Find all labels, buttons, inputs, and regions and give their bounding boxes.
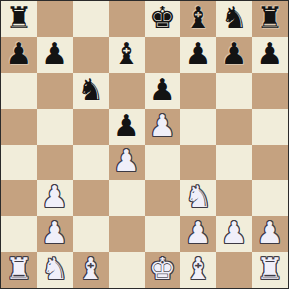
- square-b3[interactable]: ♟: [37, 180, 73, 216]
- square-a8[interactable]: ♜: [1, 1, 37, 37]
- piece-black-knight: ♞: [77, 75, 104, 105]
- square-b1[interactable]: ♞: [37, 252, 73, 288]
- square-g4[interactable]: [216, 145, 252, 181]
- square-e2[interactable]: [145, 216, 181, 252]
- piece-black-rook: ♜: [5, 3, 32, 33]
- square-g7[interactable]: ♟: [216, 37, 252, 73]
- square-c7[interactable]: [73, 37, 109, 73]
- piece-black-pawn: ♟: [149, 75, 176, 105]
- square-c1[interactable]: ♝: [73, 252, 109, 288]
- piece-black-pawn: ♟: [221, 39, 248, 69]
- square-e7[interactable]: [145, 37, 181, 73]
- square-d4[interactable]: ♟: [109, 145, 145, 181]
- square-a7[interactable]: ♟: [1, 37, 37, 73]
- square-d5[interactable]: ♟: [109, 109, 145, 145]
- square-g3[interactable]: [216, 180, 252, 216]
- square-f4[interactable]: [180, 145, 216, 181]
- square-e5[interactable]: ♟: [145, 109, 181, 145]
- piece-white-pawn: ♟: [41, 218, 68, 248]
- piece-black-king: ♚: [149, 3, 176, 33]
- square-g2[interactable]: ♟: [216, 216, 252, 252]
- square-h1[interactable]: ♜: [252, 252, 288, 288]
- square-d3[interactable]: [109, 180, 145, 216]
- square-c8[interactable]: [73, 1, 109, 37]
- square-e4[interactable]: [145, 145, 181, 181]
- square-h4[interactable]: [252, 145, 288, 181]
- square-h8[interactable]: ♜: [252, 1, 288, 37]
- square-e1[interactable]: ♚: [145, 252, 181, 288]
- square-h7[interactable]: ♟: [252, 37, 288, 73]
- piece-white-rook: ♜: [5, 254, 32, 284]
- piece-white-bishop: ♝: [77, 254, 104, 284]
- square-d8[interactable]: [109, 1, 145, 37]
- square-a1[interactable]: ♜: [1, 252, 37, 288]
- piece-white-knight: ♞: [41, 254, 68, 284]
- square-c3[interactable]: [73, 180, 109, 216]
- square-c2[interactable]: [73, 216, 109, 252]
- piece-white-king: ♚: [149, 254, 176, 284]
- piece-white-pawn: ♟: [41, 182, 68, 212]
- piece-white-pawn: ♟: [221, 218, 248, 248]
- square-g8[interactable]: ♞: [216, 1, 252, 37]
- square-f8[interactable]: ♝: [180, 1, 216, 37]
- piece-black-pawn: ♟: [113, 111, 140, 141]
- square-b4[interactable]: [37, 145, 73, 181]
- square-d6[interactable]: [109, 73, 145, 109]
- square-h6[interactable]: [252, 73, 288, 109]
- square-g6[interactable]: [216, 73, 252, 109]
- square-f7[interactable]: ♟: [180, 37, 216, 73]
- square-e3[interactable]: [145, 180, 181, 216]
- square-f5[interactable]: [180, 109, 216, 145]
- square-d2[interactable]: [109, 216, 145, 252]
- square-f2[interactable]: ♟: [180, 216, 216, 252]
- square-a2[interactable]: [1, 216, 37, 252]
- piece-black-pawn: ♟: [185, 39, 212, 69]
- square-f1[interactable]: ♝: [180, 252, 216, 288]
- square-h2[interactable]: ♟: [252, 216, 288, 252]
- square-a5[interactable]: [1, 109, 37, 145]
- piece-black-knight: ♞: [221, 3, 248, 33]
- square-a3[interactable]: [1, 180, 37, 216]
- square-c4[interactable]: [73, 145, 109, 181]
- piece-black-pawn: ♟: [5, 39, 32, 69]
- square-e8[interactable]: ♚: [145, 1, 181, 37]
- piece-black-rook: ♜: [257, 3, 284, 33]
- piece-black-pawn: ♟: [41, 39, 68, 69]
- square-g5[interactable]: [216, 109, 252, 145]
- square-d7[interactable]: ♝: [109, 37, 145, 73]
- piece-white-pawn: ♟: [185, 218, 212, 248]
- piece-white-knight: ♞: [185, 182, 212, 212]
- square-h5[interactable]: [252, 109, 288, 145]
- square-g1[interactable]: [216, 252, 252, 288]
- piece-white-pawn: ♟: [149, 111, 176, 141]
- square-c5[interactable]: [73, 109, 109, 145]
- square-d1[interactable]: [109, 252, 145, 288]
- square-f6[interactable]: [180, 73, 216, 109]
- chess-board: ♜♚♝♞♜♟♟♝♟♟♟♞♟♟♟♟♟♞♟♟♟♟♜♞♝♚♝♜: [0, 0, 289, 289]
- square-b7[interactable]: ♟: [37, 37, 73, 73]
- square-f3[interactable]: ♞: [180, 180, 216, 216]
- square-e6[interactable]: ♟: [145, 73, 181, 109]
- square-c6[interactable]: ♞: [73, 73, 109, 109]
- piece-white-pawn: ♟: [257, 218, 284, 248]
- square-a6[interactable]: [1, 73, 37, 109]
- piece-black-pawn: ♟: [257, 39, 284, 69]
- piece-white-bishop: ♝: [185, 254, 212, 284]
- square-h3[interactable]: [252, 180, 288, 216]
- square-a4[interactable]: [1, 145, 37, 181]
- piece-black-bishop: ♝: [185, 3, 212, 33]
- square-b6[interactable]: [37, 73, 73, 109]
- square-b8[interactable]: [37, 1, 73, 37]
- square-b2[interactable]: ♟: [37, 216, 73, 252]
- piece-black-bishop: ♝: [113, 39, 140, 69]
- piece-white-rook: ♜: [257, 254, 284, 284]
- piece-white-pawn: ♟: [113, 146, 140, 176]
- square-b5[interactable]: [37, 109, 73, 145]
- chess-board-wrap: ♜♚♝♞♜♟♟♝♟♟♟♞♟♟♟♟♟♞♟♟♟♟♜♞♝♚♝♜: [0, 0, 289, 289]
